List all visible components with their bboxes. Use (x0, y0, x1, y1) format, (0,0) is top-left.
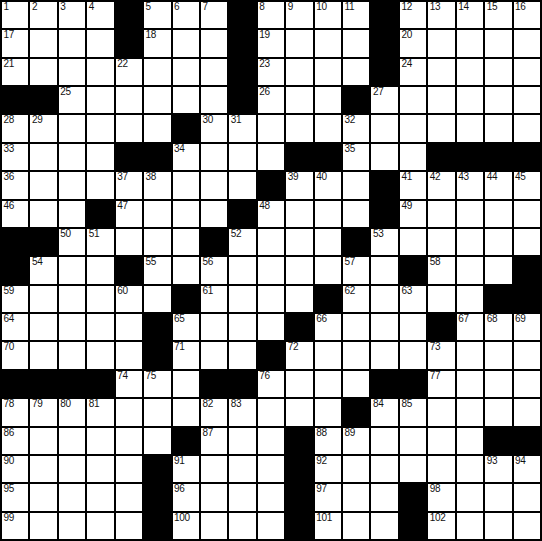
cell-r18c9[interactable] (229, 484, 255, 510)
cell-r7c15[interactable]: 41 (400, 172, 426, 198)
cell-r6c2[interactable] (30, 144, 56, 170)
cell-r1c1[interactable]: 1 (2, 2, 28, 28)
cell-r18c5[interactable] (116, 484, 142, 510)
cell-r5c12[interactable] (315, 115, 341, 141)
cell-r15c5[interactable] (116, 399, 142, 425)
cell-r13c7[interactable]: 71 (173, 342, 199, 368)
cell-r6c7[interactable]: 34 (173, 144, 199, 170)
cell-r18c13[interactable] (343, 484, 369, 510)
cell-r2c15[interactable]: 20 (400, 30, 426, 56)
cell-r10c16[interactable]: 58 (428, 257, 454, 283)
cell-r3c12[interactable] (315, 59, 341, 85)
cell-r11c10[interactable] (258, 286, 284, 312)
cell-r4c17[interactable] (457, 87, 483, 113)
cell-r8c11[interactable] (286, 201, 312, 227)
cell-r17c4[interactable] (87, 456, 113, 482)
cell-r15c1[interactable]: 78 (2, 399, 28, 425)
cell-r12c5[interactable] (116, 314, 142, 340)
cell-r17c1[interactable]: 90 (2, 456, 28, 482)
cell-r19c1[interactable]: 99 (2, 513, 28, 539)
cell-r11c3[interactable] (59, 286, 85, 312)
cell-r4c11[interactable] (286, 87, 312, 113)
cell-r7c11[interactable]: 39 (286, 172, 312, 198)
cell-r11c8[interactable]: 61 (201, 286, 227, 312)
cell-r12c9[interactable] (229, 314, 255, 340)
cell-r18c19[interactable] (514, 484, 540, 510)
cell-r18c3[interactable] (59, 484, 85, 510)
cell-r12c8[interactable] (201, 314, 227, 340)
cell-r5c4[interactable] (87, 115, 113, 141)
cell-r12c17[interactable]: 67 (457, 314, 483, 340)
cell-r8c8[interactable] (201, 201, 227, 227)
cell-r8c7[interactable] (173, 201, 199, 227)
cell-r7c4[interactable] (87, 172, 113, 198)
cell-r10c3[interactable] (59, 257, 85, 283)
cell-r7c7[interactable] (173, 172, 199, 198)
cell-r12c14[interactable] (371, 314, 397, 340)
cell-r13c9[interactable] (229, 342, 255, 368)
cell-r4c7[interactable] (173, 87, 199, 113)
cell-r3c10[interactable]: 23 (258, 59, 284, 85)
cell-r9c17[interactable] (457, 229, 483, 255)
cell-r19c9[interactable] (229, 513, 255, 539)
cell-r11c14[interactable] (371, 286, 397, 312)
cell-r19c8[interactable] (201, 513, 227, 539)
cell-r7c9[interactable] (229, 172, 255, 198)
cell-r5c16[interactable] (428, 115, 454, 141)
cell-r17c2[interactable] (30, 456, 56, 482)
cell-r13c1[interactable]: 70 (2, 342, 28, 368)
cell-r16c15[interactable] (400, 428, 426, 454)
cell-r8c3[interactable] (59, 201, 85, 227)
cell-r11c2[interactable] (30, 286, 56, 312)
cell-r10c17[interactable] (457, 257, 483, 283)
cell-r12c19[interactable]: 69 (514, 314, 540, 340)
cell-r14c18[interactable] (485, 371, 511, 397)
cell-r7c1[interactable]: 36 (2, 172, 28, 198)
cell-r1c6[interactable]: 5 (144, 2, 170, 28)
cell-r13c14[interactable] (371, 342, 397, 368)
blocked-cell-r12c11 (286, 314, 312, 340)
cell-r3c18[interactable] (485, 59, 511, 85)
cell-r5c8[interactable]: 30 (201, 115, 227, 141)
cell-r19c16[interactable]: 102 (428, 513, 454, 539)
cell-r7c6[interactable]: 38 (144, 172, 170, 198)
cell-r19c10[interactable] (258, 513, 284, 539)
cell-r15c10[interactable] (258, 399, 284, 425)
cell-r17c18[interactable]: 93 (485, 456, 511, 482)
cell-r16c1[interactable]: 86 (2, 428, 28, 454)
cell-r9c14[interactable]: 53 (371, 229, 397, 255)
cell-r11c5[interactable]: 60 (116, 286, 142, 312)
cell-r18c8[interactable] (201, 484, 227, 510)
cell-r15c4[interactable]: 81 (87, 399, 113, 425)
cell-r10c14[interactable] (371, 257, 397, 283)
cell-r3c13[interactable] (343, 59, 369, 85)
cell-r10c7[interactable] (173, 257, 199, 283)
cell-r5c18[interactable] (485, 115, 511, 141)
cell-r3c6[interactable] (144, 59, 170, 85)
cell-r7c8[interactable] (201, 172, 227, 198)
cell-r16c4[interactable] (87, 428, 113, 454)
cell-r18c7[interactable]: 96 (173, 484, 199, 510)
cell-r4c18[interactable] (485, 87, 511, 113)
cell-r7c18[interactable]: 44 (485, 172, 511, 198)
cell-r19c4[interactable] (87, 513, 113, 539)
cell-r16c17[interactable] (457, 428, 483, 454)
cell-r10c9[interactable] (229, 257, 255, 283)
cell-r1c11[interactable]: 9 (286, 2, 312, 28)
cell-r17c17[interactable] (457, 456, 483, 482)
cell-r12c12[interactable]: 66 (315, 314, 341, 340)
cell-r14c12[interactable] (315, 371, 341, 397)
cell-r8c12[interactable] (315, 201, 341, 227)
cell-r9c5[interactable] (116, 229, 142, 255)
cell-r1c13[interactable]: 11 (343, 2, 369, 28)
cell-r11c6[interactable] (144, 286, 170, 312)
cell-r7c13[interactable] (343, 172, 369, 198)
cell-r9c18[interactable] (485, 229, 511, 255)
cell-r9c11[interactable] (286, 229, 312, 255)
blocked-cell-r13c6 (144, 342, 170, 368)
cell-r7c3[interactable] (59, 172, 85, 198)
cell-r14c19[interactable] (514, 371, 540, 397)
cell-r16c16[interactable] (428, 428, 454, 454)
cell-r17c13[interactable] (343, 456, 369, 482)
cell-r15c7[interactable] (173, 399, 199, 425)
cell-r3c7[interactable] (173, 59, 199, 85)
cell-r19c3[interactable] (59, 513, 85, 539)
cell-r10c18[interactable] (485, 257, 511, 283)
cell-r12c7[interactable]: 65 (173, 314, 199, 340)
cell-r17c12[interactable]: 92 (315, 456, 341, 482)
cell-r10c13[interactable]: 57 (343, 257, 369, 283)
cell-r9c12[interactable] (315, 229, 341, 255)
cell-r12c2[interactable] (30, 314, 56, 340)
cell-r3c11[interactable] (286, 59, 312, 85)
cell-r12c3[interactable] (59, 314, 85, 340)
cell-r15c11[interactable] (286, 399, 312, 425)
cell-r16c8[interactable]: 87 (201, 428, 227, 454)
cell-r6c1[interactable]: 33 (2, 144, 28, 170)
cell-r10c11[interactable] (286, 257, 312, 283)
cell-r13c17[interactable] (457, 342, 483, 368)
cell-r18c2[interactable] (30, 484, 56, 510)
cell-r2c16[interactable] (428, 30, 454, 56)
cell-r5c9[interactable]: 31 (229, 115, 255, 141)
cell-r17c16[interactable] (428, 456, 454, 482)
cell-r10c12[interactable] (315, 257, 341, 283)
cell-r9c10[interactable] (258, 229, 284, 255)
cell-r17c19[interactable]: 94 (514, 456, 540, 482)
cell-r5c5[interactable] (116, 115, 142, 141)
cell-r9c15[interactable] (400, 229, 426, 255)
cell-r4c14[interactable]: 27 (371, 87, 397, 113)
cell-r15c18[interactable] (485, 399, 511, 425)
cell-r18c14[interactable] (371, 484, 397, 510)
cell-r19c18[interactable] (485, 513, 511, 539)
cell-r13c5[interactable] (116, 342, 142, 368)
cell-r1c19[interactable]: 16 (514, 2, 540, 28)
cell-r7c17[interactable]: 43 (457, 172, 483, 198)
cell-r1c8[interactable]: 7 (201, 2, 227, 28)
cell-r16c6[interactable] (144, 428, 170, 454)
cell-r16c2[interactable] (30, 428, 56, 454)
cell-r3c8[interactable] (201, 59, 227, 85)
cell-r9c4[interactable]: 51 (87, 229, 113, 255)
cell-r8c17[interactable] (457, 201, 483, 227)
cell-r11c1[interactable]: 59 (2, 286, 28, 312)
cell-r13c13[interactable] (343, 342, 369, 368)
cell-r5c2[interactable]: 29 (30, 115, 56, 141)
cell-r13c3[interactable] (59, 342, 85, 368)
cell-r19c19[interactable] (514, 513, 540, 539)
cell-r8c16[interactable] (428, 201, 454, 227)
cell-r8c1[interactable]: 46 (2, 201, 28, 227)
cell-r14c10[interactable]: 76 (258, 371, 284, 397)
cell-r13c2[interactable] (30, 342, 56, 368)
cell-r11c15[interactable]: 63 (400, 286, 426, 312)
cell-r14c13[interactable] (343, 371, 369, 397)
cell-r19c14[interactable] (371, 513, 397, 539)
cell-r15c17[interactable] (457, 399, 483, 425)
cell-r14c16[interactable]: 77 (428, 371, 454, 397)
cell-r16c12[interactable]: 88 (315, 428, 341, 454)
cell-r13c19[interactable] (514, 342, 540, 368)
cell-r19c2[interactable] (30, 513, 56, 539)
cell-r12c1[interactable]: 64 (2, 314, 28, 340)
cell-r17c9[interactable] (229, 456, 255, 482)
cell-r8c5[interactable]: 47 (116, 201, 142, 227)
cell-r19c7[interactable]: 100 (173, 513, 199, 539)
cell-r13c16[interactable]: 73 (428, 342, 454, 368)
cell-r8c15[interactable]: 49 (400, 201, 426, 227)
cell-r18c1[interactable]: 95 (2, 484, 28, 510)
cell-r9c16[interactable] (428, 229, 454, 255)
cell-r10c10[interactable] (258, 257, 284, 283)
cell-r14c7[interactable] (173, 371, 199, 397)
cell-r6c10[interactable] (258, 144, 284, 170)
cell-r10c8[interactable]: 56 (201, 257, 227, 283)
cell-r15c15[interactable]: 85 (400, 399, 426, 425)
cell-r2c1[interactable]: 17 (2, 30, 28, 56)
cell-r17c3[interactable] (59, 456, 85, 482)
cell-r2c18[interactable] (485, 30, 511, 56)
cell-r13c12[interactable] (315, 342, 341, 368)
cell-r14c17[interactable] (457, 371, 483, 397)
cell-r2c13[interactable] (343, 30, 369, 56)
cell-r12c13[interactable] (343, 314, 369, 340)
cell-r13c4[interactable] (87, 342, 113, 368)
cell-r8c13[interactable] (343, 201, 369, 227)
cell-r7c12[interactable]: 40 (315, 172, 341, 198)
cell-r18c16[interactable]: 98 (428, 484, 454, 510)
cell-r3c17[interactable] (457, 59, 483, 85)
cell-r1c3[interactable]: 3 (59, 2, 85, 28)
cell-r5c11[interactable] (286, 115, 312, 141)
cell-r3c1[interactable]: 21 (2, 59, 28, 85)
cell-r16c10[interactable] (258, 428, 284, 454)
cell-r17c5[interactable] (116, 456, 142, 482)
cell-r18c12[interactable]: 97 (315, 484, 341, 510)
cell-r2c11[interactable] (286, 30, 312, 56)
cell-r2c8[interactable] (201, 30, 227, 56)
cell-r5c10[interactable] (258, 115, 284, 141)
cell-r5c1[interactable]: 28 (2, 115, 28, 141)
cell-r12c4[interactable] (87, 314, 113, 340)
cell-r14c5[interactable]: 74 (116, 371, 142, 397)
cell-r13c15[interactable] (400, 342, 426, 368)
cell-r9c6[interactable] (144, 229, 170, 255)
cell-r15c14[interactable]: 84 (371, 399, 397, 425)
cell-r6c13[interactable]: 35 (343, 144, 369, 170)
cell-r1c4[interactable]: 4 (87, 2, 113, 28)
cell-r15c3[interactable]: 80 (59, 399, 85, 425)
cell-r1c10[interactable]: 8 (258, 2, 284, 28)
cell-r5c15[interactable] (400, 115, 426, 141)
cell-r6c9[interactable] (229, 144, 255, 170)
cell-r4c15[interactable] (400, 87, 426, 113)
cell-r18c18[interactable] (485, 484, 511, 510)
cell-r16c3[interactable] (59, 428, 85, 454)
cell-r4c8[interactable] (201, 87, 227, 113)
cell-r1c12[interactable]: 10 (315, 2, 341, 28)
cell-r13c8[interactable] (201, 342, 227, 368)
cell-r3c15[interactable]: 24 (400, 59, 426, 85)
cell-r4c3[interactable]: 25 (59, 87, 85, 113)
cell-r2c7[interactable] (173, 30, 199, 56)
cell-r19c5[interactable] (116, 513, 142, 539)
cell-r7c2[interactable] (30, 172, 56, 198)
cell-r7c19[interactable]: 45 (514, 172, 540, 198)
cell-r2c19[interactable] (514, 30, 540, 56)
cell-r3c16[interactable] (428, 59, 454, 85)
cell-r2c2[interactable] (30, 30, 56, 56)
cell-r10c2[interactable]: 54 (30, 257, 56, 283)
cell-r2c3[interactable] (59, 30, 85, 56)
cell-r3c4[interactable] (87, 59, 113, 85)
cell-r1c7[interactable]: 6 (173, 2, 199, 28)
cell-r15c19[interactable] (514, 399, 540, 425)
cell-r10c4[interactable] (87, 257, 113, 283)
cell-r8c19[interactable] (514, 201, 540, 227)
cell-r11c13[interactable]: 62 (343, 286, 369, 312)
cell-r14c6[interactable]: 75 (144, 371, 170, 397)
cell-r9c19[interactable] (514, 229, 540, 255)
cell-r15c9[interactable]: 83 (229, 399, 255, 425)
cell-r16c5[interactable] (116, 428, 142, 454)
cell-r8c18[interactable] (485, 201, 511, 227)
cell-r8c2[interactable] (30, 201, 56, 227)
cell-r5c14[interactable] (371, 115, 397, 141)
cell-r18c10[interactable] (258, 484, 284, 510)
cell-r3c2[interactable] (30, 59, 56, 85)
cell-r15c8[interactable]: 82 (201, 399, 227, 425)
cell-r15c2[interactable]: 79 (30, 399, 56, 425)
cell-r3c3[interactable] (59, 59, 85, 85)
cell-r2c10[interactable]: 19 (258, 30, 284, 56)
cell-r1c16[interactable]: 13 (428, 2, 454, 28)
cell-r13c18[interactable] (485, 342, 511, 368)
cell-r19c17[interactable] (457, 513, 483, 539)
cell-r18c17[interactable] (457, 484, 483, 510)
cell-r6c3[interactable] (59, 144, 85, 170)
cell-r4c5[interactable] (116, 87, 142, 113)
blocked-cell-r2c14 (371, 30, 397, 56)
cell-r12c15[interactable] (400, 314, 426, 340)
cell-r4c19[interactable] (514, 87, 540, 113)
cell-r4c4[interactable] (87, 87, 113, 113)
cell-r3c5[interactable]: 22 (116, 59, 142, 85)
cell-r11c16[interactable] (428, 286, 454, 312)
cell-r17c14[interactable] (371, 456, 397, 482)
cell-r11c9[interactable] (229, 286, 255, 312)
cell-r9c7[interactable] (173, 229, 199, 255)
cell-r3c19[interactable] (514, 59, 540, 85)
cell-r8c6[interactable] (144, 201, 170, 227)
cell-r5c13[interactable]: 32 (343, 115, 369, 141)
cell-r17c7[interactable]: 91 (173, 456, 199, 482)
cell-r12c18[interactable]: 68 (485, 314, 511, 340)
cell-r19c13[interactable] (343, 513, 369, 539)
cell-r6c8[interactable] (201, 144, 227, 170)
cell-r9c9[interactable]: 52 (229, 229, 255, 255)
cell-r7c5[interactable]: 37 (116, 172, 142, 198)
cell-r2c4[interactable] (87, 30, 113, 56)
cell-r15c16[interactable] (428, 399, 454, 425)
cell-r16c13[interactable]: 89 (343, 428, 369, 454)
cell-r16c9[interactable] (229, 428, 255, 454)
cell-r7c16[interactable]: 42 (428, 172, 454, 198)
cell-r8c10[interactable]: 48 (258, 201, 284, 227)
cell-r12c10[interactable] (258, 314, 284, 340)
cell-r5c6[interactable] (144, 115, 170, 141)
cell-r5c17[interactable] (457, 115, 483, 141)
cell-r11c11[interactable] (286, 286, 312, 312)
cell-r2c6[interactable]: 18 (144, 30, 170, 56)
cell-r5c3[interactable] (59, 115, 85, 141)
cell-r4c12[interactable] (315, 87, 341, 113)
cell-r13c11[interactable]: 72 (286, 342, 312, 368)
cell-r6c4[interactable] (87, 144, 113, 170)
cell-r14c11[interactable] (286, 371, 312, 397)
cell-r15c6[interactable] (144, 399, 170, 425)
cell-r10c6[interactable]: 55 (144, 257, 170, 283)
cell-r4c6[interactable] (144, 87, 170, 113)
cell-r18c4[interactable] (87, 484, 113, 510)
cell-r2c17[interactable] (457, 30, 483, 56)
cell-r16c14[interactable] (371, 428, 397, 454)
cell-r1c17[interactable]: 14 (457, 2, 483, 28)
cell-r6c14[interactable] (371, 144, 397, 170)
cell-r17c15[interactable] (400, 456, 426, 482)
cell-r9c3[interactable]: 50 (59, 229, 85, 255)
cell-r4c16[interactable] (428, 87, 454, 113)
cell-r1c2[interactable]: 2 (30, 2, 56, 28)
cell-r1c15[interactable]: 12 (400, 2, 426, 28)
cell-r15c12[interactable] (315, 399, 341, 425)
cell-r5c19[interactable] (514, 115, 540, 141)
cell-r4c10[interactable]: 26 (258, 87, 284, 113)
cell-r19c12[interactable]: 101 (315, 513, 341, 539)
cell-r1c18[interactable]: 15 (485, 2, 511, 28)
cell-r11c17[interactable] (457, 286, 483, 312)
cell-r17c10[interactable] (258, 456, 284, 482)
cell-r2c12[interactable] (315, 30, 341, 56)
cell-r17c8[interactable] (201, 456, 227, 482)
cell-r11c4[interactable] (87, 286, 113, 312)
cell-r6c15[interactable] (400, 144, 426, 170)
